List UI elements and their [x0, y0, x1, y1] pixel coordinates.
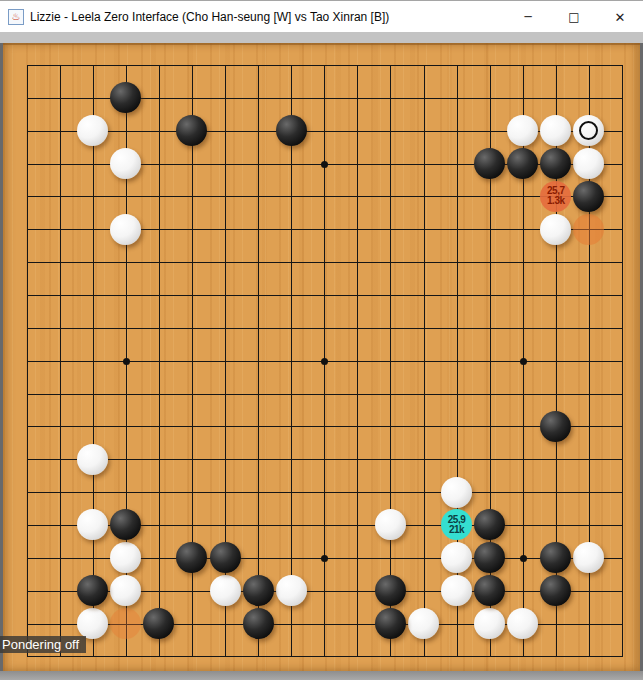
java-coffee-icon: ♨	[8, 9, 24, 25]
black-stone	[540, 148, 571, 179]
black-stone	[540, 575, 571, 606]
white-stone	[441, 542, 472, 573]
black-stone	[176, 115, 207, 146]
white-stone	[408, 608, 439, 639]
black-stone	[573, 181, 604, 212]
suggestion-visits: 1.3k	[547, 196, 564, 206]
close-button[interactable]: ✕	[597, 1, 643, 33]
star-point	[321, 161, 328, 168]
title-bar: ♨ Lizzie - Leela Zero Interface (Cho Han…	[0, 0, 643, 32]
lizzie-window: ♨ Lizzie - Leela Zero Interface (Cho Han…	[0, 0, 643, 680]
black-stone	[375, 608, 406, 639]
grid-line-horizontal	[27, 426, 623, 427]
grid-line-vertical	[390, 65, 391, 656]
window-bottom-frame	[0, 671, 643, 680]
star-point	[321, 555, 328, 562]
black-stone	[243, 608, 274, 639]
window-title: Lizzie - Leela Zero Interface (Cho Han-s…	[30, 1, 389, 33]
grid-line-vertical	[424, 65, 425, 656]
star-point	[321, 358, 328, 365]
white-stone	[507, 115, 538, 146]
white-stone	[474, 608, 505, 639]
best-move-suggestion[interactable]: 25,921k	[441, 509, 472, 540]
white-stone	[110, 214, 141, 245]
black-stone	[507, 148, 538, 179]
black-stone	[143, 608, 174, 639]
black-stone	[243, 575, 274, 606]
white-stone	[110, 542, 141, 573]
white-stone	[210, 575, 241, 606]
black-stone	[474, 575, 505, 606]
white-stone	[77, 115, 108, 146]
white-stone	[77, 444, 108, 475]
minimize-button[interactable]: ─	[505, 1, 551, 33]
white-stone	[573, 542, 604, 573]
white-stone	[276, 575, 307, 606]
move-suggestion[interactable]	[110, 608, 141, 639]
star-point	[520, 555, 527, 562]
black-stone	[77, 575, 108, 606]
black-stone	[210, 542, 241, 573]
black-stone	[110, 509, 141, 540]
white-stone	[540, 214, 571, 245]
white-stone	[375, 509, 406, 540]
go-board[interactable]: 25,921k25,71.3k	[0, 43, 643, 671]
move-suggestion[interactable]: 25,71.3k	[540, 181, 571, 212]
white-stone	[441, 477, 472, 508]
grid-line-horizontal	[27, 394, 623, 395]
white-stone	[110, 575, 141, 606]
black-stone	[375, 575, 406, 606]
black-stone	[176, 542, 207, 573]
white-stone	[77, 509, 108, 540]
grid-line-horizontal	[27, 492, 623, 493]
black-stone	[474, 542, 505, 573]
white-stone	[573, 148, 604, 179]
window-controls: ─ □ ✕	[505, 1, 643, 33]
white-stone	[110, 148, 141, 179]
move-suggestion[interactable]	[573, 214, 604, 245]
suggestion-visits: 21k	[449, 525, 464, 535]
black-stone	[474, 509, 505, 540]
black-stone	[110, 82, 141, 113]
grid-line-vertical	[622, 65, 623, 656]
white-stone	[540, 115, 571, 146]
black-stone	[540, 411, 571, 442]
grid-line-horizontal	[27, 656, 623, 657]
black-stone	[540, 542, 571, 573]
maximize-button[interactable]: □	[551, 1, 597, 33]
grid-line-vertical	[357, 65, 358, 656]
star-point	[520, 358, 527, 365]
white-stone	[441, 575, 472, 606]
grid-line-horizontal	[27, 459, 623, 460]
star-point	[123, 358, 130, 365]
menu-strip	[0, 32, 643, 43]
white-stone	[507, 608, 538, 639]
pondering-status-label: Pondering off	[0, 636, 86, 653]
black-stone	[276, 115, 307, 146]
black-stone	[474, 148, 505, 179]
white-stone	[77, 608, 108, 639]
